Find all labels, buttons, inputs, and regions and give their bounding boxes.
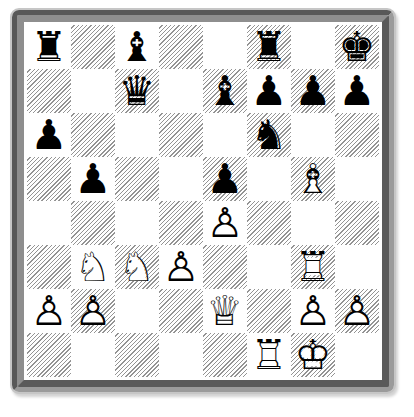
square-a3[interactable] [27, 245, 71, 289]
white-king-fill: ♚ [291, 333, 335, 377]
white-pawn-fill: ♟ [159, 245, 203, 289]
white-pawn: ♙ [335, 289, 379, 333]
white-pawn: ♙ [27, 289, 71, 333]
white-pawn-fill: ♟ [203, 201, 247, 245]
square-b1[interactable] [71, 333, 115, 377]
square-b6[interactable] [71, 113, 115, 157]
square-h6[interactable] [335, 113, 379, 157]
white-knight: ♘ [71, 245, 115, 289]
square-e8[interactable] [203, 25, 247, 69]
square-g8[interactable] [291, 25, 335, 69]
white-rook: ♖ [247, 333, 291, 377]
square-c3[interactable]: ♞♘ [115, 245, 159, 289]
square-f3[interactable] [247, 245, 291, 289]
square-d3[interactable]: ♟♙ [159, 245, 203, 289]
white-rook-fill: ♜ [291, 245, 335, 289]
chess-board: ♜♝♜♚♛♝♟♟♟♟♞♟♟♝♗♟♙♞♘♞♘♟♙♜♖♟♙♟♙♛♕♟♙♟♙♜♖♚♔ [27, 25, 379, 377]
black-pawn: ♟ [335, 69, 379, 113]
square-f5[interactable] [247, 157, 291, 201]
board-inner-margin: ♜♝♜♚♛♝♟♟♟♟♞♟♟♝♗♟♙♞♘♞♘♟♙♜♖♟♙♟♙♛♕♟♙♟♙♜♖♚♔ [24, 22, 382, 380]
square-b8[interactable] [71, 25, 115, 69]
square-c7[interactable]: ♛ [115, 69, 159, 113]
square-d6[interactable] [159, 113, 203, 157]
square-c4[interactable] [115, 201, 159, 245]
square-d1[interactable] [159, 333, 203, 377]
square-a8[interactable]: ♜ [27, 25, 71, 69]
square-a1[interactable] [27, 333, 71, 377]
square-e4[interactable]: ♟♙ [203, 201, 247, 245]
square-a6[interactable]: ♟ [27, 113, 71, 157]
white-rook: ♖ [291, 245, 335, 289]
square-c1[interactable] [115, 333, 159, 377]
square-f2[interactable] [247, 289, 291, 333]
black-queen: ♛ [115, 69, 159, 113]
black-pawn: ♟ [27, 113, 71, 157]
black-bishop: ♝ [115, 25, 159, 69]
square-d8[interactable] [159, 25, 203, 69]
black-pawn: ♟ [247, 69, 291, 113]
frame-bevel-inner: ♜♝♜♚♛♝♟♟♟♟♞♟♟♝♗♟♙♞♘♞♘♟♙♜♖♟♙♟♙♛♕♟♙♟♙♜♖♚♔ [17, 15, 389, 387]
square-h1[interactable] [335, 333, 379, 377]
square-b4[interactable] [71, 201, 115, 245]
square-g6[interactable] [291, 113, 335, 157]
black-bishop: ♝ [203, 69, 247, 113]
white-queen-fill: ♛ [203, 289, 247, 333]
black-rook: ♜ [247, 25, 291, 69]
square-e7[interactable]: ♝ [203, 69, 247, 113]
white-pawn: ♙ [159, 245, 203, 289]
board-frame: ♜♝♜♚♛♝♟♟♟♟♞♟♟♝♗♟♙♞♘♞♘♟♙♜♖♟♙♟♙♛♕♟♙♟♙♜♖♚♔ [10, 8, 396, 394]
white-pawn-fill: ♟ [71, 289, 115, 333]
square-e2[interactable]: ♛♕ [203, 289, 247, 333]
white-pawn: ♙ [203, 201, 247, 245]
square-e5[interactable]: ♟ [203, 157, 247, 201]
square-g1[interactable]: ♚♔ [291, 333, 335, 377]
black-king: ♚ [335, 25, 379, 69]
white-pawn-fill: ♟ [291, 289, 335, 333]
square-f4[interactable] [247, 201, 291, 245]
square-d4[interactable] [159, 201, 203, 245]
square-c6[interactable] [115, 113, 159, 157]
square-h5[interactable] [335, 157, 379, 201]
square-a5[interactable] [27, 157, 71, 201]
square-a4[interactable] [27, 201, 71, 245]
square-a7[interactable] [27, 69, 71, 113]
square-g2[interactable]: ♟♙ [291, 289, 335, 333]
white-pawn: ♙ [291, 289, 335, 333]
square-h3[interactable] [335, 245, 379, 289]
square-e3[interactable] [203, 245, 247, 289]
square-c5[interactable] [115, 157, 159, 201]
square-a2[interactable]: ♟♙ [27, 289, 71, 333]
square-h7[interactable]: ♟ [335, 69, 379, 113]
black-knight: ♞ [247, 113, 291, 157]
square-e6[interactable] [203, 113, 247, 157]
square-h8[interactable]: ♚ [335, 25, 379, 69]
black-pawn: ♟ [203, 157, 247, 201]
white-king: ♔ [291, 333, 335, 377]
white-bishop: ♗ [291, 157, 335, 201]
white-pawn-fill: ♟ [335, 289, 379, 333]
square-d2[interactable] [159, 289, 203, 333]
square-g7[interactable]: ♟ [291, 69, 335, 113]
square-g3[interactable]: ♜♖ [291, 245, 335, 289]
white-pawn-fill: ♟ [27, 289, 71, 333]
square-e1[interactable] [203, 333, 247, 377]
square-h4[interactable] [335, 201, 379, 245]
white-queen: ♕ [203, 289, 247, 333]
white-pawn: ♙ [71, 289, 115, 333]
square-f8[interactable]: ♜ [247, 25, 291, 69]
white-knight: ♘ [115, 245, 159, 289]
black-rook: ♜ [27, 25, 71, 69]
black-pawn: ♟ [291, 69, 335, 113]
square-f1[interactable]: ♜♖ [247, 333, 291, 377]
square-d5[interactable] [159, 157, 203, 201]
white-knight-fill: ♞ [71, 245, 115, 289]
square-b2[interactable]: ♟♙ [71, 289, 115, 333]
frame-bevel-outer: ♜♝♜♚♛♝♟♟♟♟♞♟♟♝♗♟♙♞♘♞♘♟♙♜♖♟♙♟♙♛♕♟♙♟♙♜♖♚♔ [12, 10, 394, 392]
black-pawn: ♟ [71, 157, 115, 201]
square-b5[interactable]: ♟ [71, 157, 115, 201]
white-knight-fill: ♞ [115, 245, 159, 289]
square-g4[interactable] [291, 201, 335, 245]
square-b3[interactable]: ♞♘ [71, 245, 115, 289]
white-rook-fill: ♜ [247, 333, 291, 377]
white-bishop-fill: ♝ [291, 157, 335, 201]
square-c2[interactable] [115, 289, 159, 333]
square-g5[interactable]: ♝♗ [291, 157, 335, 201]
square-c8[interactable]: ♝ [115, 25, 159, 69]
square-d7[interactable] [159, 69, 203, 113]
square-f7[interactable]: ♟ [247, 69, 291, 113]
square-b7[interactable] [71, 69, 115, 113]
square-f6[interactable]: ♞ [247, 113, 291, 157]
square-h2[interactable]: ♟♙ [335, 289, 379, 333]
